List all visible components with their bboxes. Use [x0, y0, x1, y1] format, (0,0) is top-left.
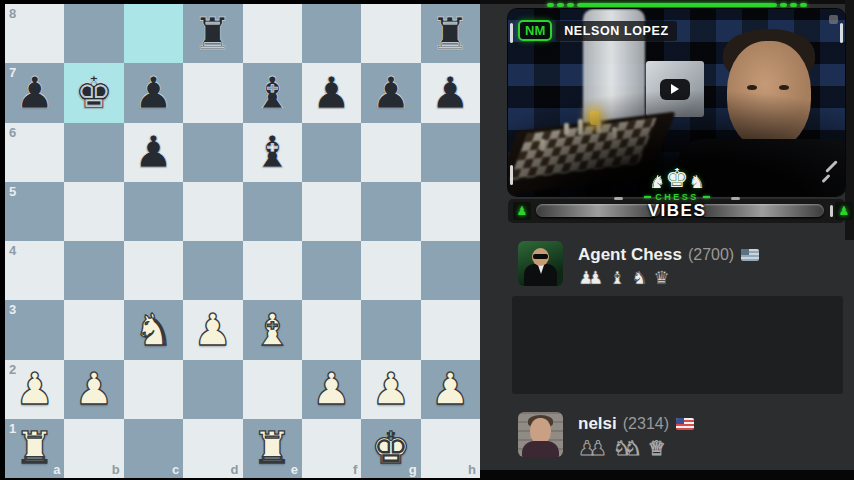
- square-f7[interactable]: ♟: [302, 63, 361, 122]
- meter-dash: [557, 3, 564, 7]
- square-c3[interactable]: ♞: [124, 300, 183, 359]
- square-d4[interactable]: [183, 241, 242, 300]
- piece-white-p-a2[interactable]: ♟: [5, 360, 64, 419]
- square-a7[interactable]: 7♟: [5, 63, 64, 122]
- piece-black-b-e6[interactable]: ♝: [243, 123, 302, 182]
- square-h3[interactable]: [421, 300, 480, 359]
- square-b2[interactable]: ♟: [64, 360, 123, 419]
- bottom-edge: [480, 470, 854, 480]
- piece-white-b-e3[interactable]: ♝: [243, 300, 302, 359]
- player-bottom-name[interactable]: nelsi: [578, 414, 617, 434]
- logo-side-dash: [614, 197, 623, 200]
- frame-tick: [510, 23, 513, 43]
- square-c1[interactable]: c: [124, 419, 183, 478]
- piece-black-k-b7[interactable]: ♚: [64, 63, 123, 122]
- flag-canton: [676, 418, 684, 424]
- file-label-f: f: [353, 463, 357, 476]
- square-f3[interactable]: [302, 300, 361, 359]
- nm-title-badge: NM: [518, 20, 552, 41]
- meter-bar: [577, 3, 777, 7]
- file-label-d: d: [231, 463, 239, 476]
- piece-black-p-g7[interactable]: ♟: [361, 63, 420, 122]
- file-label-h: h: [468, 463, 476, 476]
- square-b8[interactable]: [64, 4, 123, 63]
- square-d7[interactable]: [183, 63, 242, 122]
- square-h2[interactable]: ♟: [421, 360, 480, 419]
- logo-vibes-text: VIBES: [630, 202, 724, 220]
- square-h8[interactable]: ♜: [421, 4, 480, 63]
- piece-black-r-h8[interactable]: ♜: [421, 4, 480, 63]
- avatar-sunglasses: [533, 254, 548, 259]
- square-g6[interactable]: [361, 123, 420, 182]
- square-h7[interactable]: ♟: [421, 63, 480, 122]
- video-corner-icon: [829, 15, 838, 24]
- square-a2[interactable]: 2♟: [5, 360, 64, 419]
- captured-cluster: ♛: [648, 436, 666, 460]
- square-e5[interactable]: [243, 182, 302, 241]
- frame-tick: [840, 23, 843, 43]
- square-a6[interactable]: 6: [5, 123, 64, 182]
- captured-cluster: ♝: [609, 267, 625, 288]
- logo-side-dash: [731, 197, 740, 200]
- piece-white-k-g1[interactable]: ♚: [361, 419, 420, 478]
- player-bottom-rating: (2314): [623, 415, 669, 433]
- move-list-panel[interactable]: [512, 296, 843, 394]
- captured-cluster: ♞: [631, 267, 647, 288]
- chess-board[interactable]: 8♜♜7♟♚♟♝♟♟♟6♟♝543♞♟♝2♟♟♟♟♟1a♜bcde♜fg♚h: [5, 4, 480, 478]
- captured-pieces-bottom: ♟♟♞♞♛: [578, 436, 672, 460]
- piece-black-r-d8[interactable]: ♜: [183, 4, 242, 63]
- square-b1[interactable]: b: [64, 419, 123, 478]
- file-label-c: c: [172, 463, 179, 476]
- square-a4[interactable]: 4: [5, 241, 64, 300]
- square-b5[interactable]: [64, 182, 123, 241]
- streamer-name-label: NELSON LOPEZ: [556, 21, 676, 41]
- square-g1[interactable]: g♚: [361, 419, 420, 478]
- square-g4[interactable]: [361, 241, 420, 300]
- square-f8[interactable]: [302, 4, 361, 63]
- stream-audio-meter: [508, 1, 845, 8]
- square-e3[interactable]: ♝: [243, 300, 302, 359]
- piece-black-p-c7[interactable]: ♟: [124, 63, 183, 122]
- captured-pieces-top: ♟♟♝♞♛: [578, 267, 676, 288]
- logo-king-icon: ♚: [665, 165, 688, 191]
- rank-label-4: 4: [9, 244, 16, 257]
- rank-label-3: 3: [9, 303, 16, 316]
- square-b4[interactable]: [64, 241, 123, 300]
- board-frame: 8♜♜7♟♚♟♝♟♟♟6♟♝543♞♟♝2♟♟♟♟♟1a♜bcde♜fg♚h: [0, 0, 480, 480]
- piece-white-r-e1[interactable]: ♜: [243, 419, 302, 478]
- frame-tick: [510, 165, 513, 185]
- green-pawn-icon-left: ♟: [513, 202, 531, 220]
- piece-white-p-h2[interactable]: ♟: [421, 360, 480, 419]
- piece-white-n-c3[interactable]: ♞: [124, 300, 183, 359]
- meter-dash: [547, 3, 554, 7]
- piece-white-r-a1[interactable]: ♜: [5, 419, 64, 478]
- square-g7[interactable]: ♟: [361, 63, 420, 122]
- square-f4[interactable]: [302, 241, 361, 300]
- piece-black-p-a7[interactable]: ♟: [5, 63, 64, 122]
- player-bottom-flag-icon: [676, 418, 694, 430]
- square-f1[interactable]: f: [302, 419, 361, 478]
- square-d2[interactable]: [183, 360, 242, 419]
- square-c7[interactable]: ♟: [124, 63, 183, 122]
- square-e2[interactable]: [243, 360, 302, 419]
- captured-cluster: ♛: [654, 267, 670, 288]
- stream-screen: 8♜♜7♟♚♟♝♟♟♟6♟♝543♞♟♝2♟♟♟♟♟1a♜bcde♜fg♚h: [0, 0, 854, 480]
- square-a1[interactable]: 1a♜: [5, 419, 64, 478]
- logo-emblem: ♞ ♚ ♞: [630, 165, 724, 191]
- player-top-flag-icon: [741, 249, 759, 261]
- piece-black-p-c6[interactable]: ♟: [124, 123, 183, 182]
- square-c6[interactable]: ♟: [124, 123, 183, 182]
- square-g2[interactable]: ♟: [361, 360, 420, 419]
- square-c2[interactable]: [124, 360, 183, 419]
- chess-vibes-logo: ♞ ♚ ♞ CHESS VIBES: [630, 165, 724, 220]
- square-g3[interactable]: [361, 300, 420, 359]
- square-c4[interactable]: [124, 241, 183, 300]
- square-d1[interactable]: d: [183, 419, 242, 478]
- green-pawn-icon-right: ♟: [835, 202, 853, 220]
- square-e7[interactable]: ♝: [243, 63, 302, 122]
- square-h6[interactable]: [421, 123, 480, 182]
- square-a3[interactable]: 3: [5, 300, 64, 359]
- piece-white-p-d3[interactable]: ♟: [183, 300, 242, 359]
- file-label-b: b: [112, 463, 120, 476]
- logo-knight-icon: ♞: [649, 173, 665, 191]
- square-f6[interactable]: [302, 123, 361, 182]
- avatar-agent-chess[interactable]: [518, 241, 563, 286]
- player-bottom-row: nelsi (2314): [578, 414, 694, 434]
- square-a5[interactable]: 5: [5, 182, 64, 241]
- rank-label-5: 5: [9, 185, 16, 198]
- player-top-rating: (2700): [688, 246, 734, 264]
- rank-label-6: 6: [9, 126, 16, 139]
- square-d5[interactable]: [183, 182, 242, 241]
- green-pawn-glyph: ♟: [839, 204, 850, 218]
- square-b6[interactable]: [64, 123, 123, 182]
- piece-black-b-e7[interactable]: ♝: [243, 63, 302, 122]
- square-d6[interactable]: [183, 123, 242, 182]
- avatar-nelsi[interactable]: [518, 412, 563, 457]
- piece-black-p-h7[interactable]: ♟: [421, 63, 480, 122]
- square-d8[interactable]: ♜: [183, 4, 242, 63]
- captured-cluster: ♟♟: [578, 267, 603, 288]
- meter-dash: [567, 3, 574, 7]
- bar-tick: [830, 205, 833, 217]
- square-d3[interactable]: ♟: [183, 300, 242, 359]
- piece-white-p-b2[interactable]: ♟: [64, 360, 123, 419]
- square-c8[interactable]: [124, 4, 183, 63]
- square-h5[interactable]: [421, 182, 480, 241]
- player-top-row: Agent Chess (2700): [578, 245, 759, 265]
- piece-black-p-f7[interactable]: ♟: [302, 63, 361, 122]
- square-e6[interactable]: ♝: [243, 123, 302, 182]
- logo-dash: [703, 196, 710, 198]
- meter-dash: [780, 3, 787, 7]
- square-b7[interactable]: ♚: [64, 63, 123, 122]
- square-e8[interactable]: [243, 4, 302, 63]
- streamer-title-row: NM NELSON LOPEZ: [518, 20, 677, 41]
- player-top-name[interactable]: Agent Chess: [578, 245, 682, 265]
- square-a8[interactable]: 8: [5, 4, 64, 63]
- square-f5[interactable]: [302, 182, 361, 241]
- avatar-body: [522, 441, 559, 457]
- piece-white-p-f2[interactable]: ♟: [302, 360, 361, 419]
- piece-white-p-g2[interactable]: ♟: [361, 360, 420, 419]
- logo-knight-icon: ♞: [689, 173, 705, 191]
- captured-cluster: ♞♞: [613, 436, 642, 460]
- meter-dash: [800, 3, 807, 7]
- square-b3[interactable]: [64, 300, 123, 359]
- square-h4[interactable]: [421, 241, 480, 300]
- square-f2[interactable]: ♟: [302, 360, 361, 419]
- captured-cluster: ♟♟: [578, 436, 607, 460]
- meter-dash: [790, 3, 797, 7]
- rank-label-8: 8: [9, 7, 16, 20]
- square-c5[interactable]: [124, 182, 183, 241]
- square-g8[interactable]: [361, 4, 420, 63]
- green-pawn-glyph: ♟: [517, 204, 528, 218]
- logo-dash: [644, 196, 651, 198]
- square-g5[interactable]: [361, 182, 420, 241]
- square-e4[interactable]: [243, 241, 302, 300]
- flag-canton: [741, 249, 749, 255]
- square-e1[interactable]: e♜: [243, 419, 302, 478]
- square-h1[interactable]: h: [421, 419, 480, 478]
